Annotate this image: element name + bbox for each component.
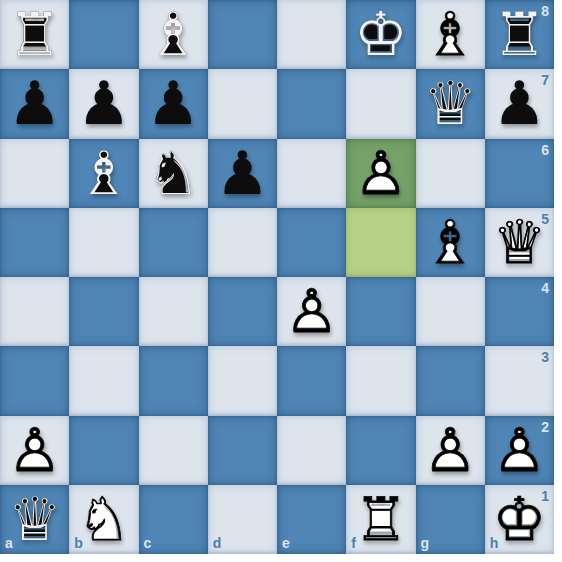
square-a7[interactable]: ♟ — [0, 69, 69, 138]
square-d4[interactable] — [208, 277, 277, 346]
chess-app: ♜♖♝♗♚♔♝♗8♜♖♟♟♟♛♕7♟♝♗♞♘♟♟♙6♝♗5♛♕♟♙43♟♙♟♙2… — [0, 0, 562, 562]
square-e7[interactable] — [277, 69, 346, 138]
square-c4[interactable] — [139, 277, 208, 346]
white-bishop-outline-icon: ♗ — [423, 208, 477, 277]
file-label-g: g — [421, 536, 430, 550]
square-a3[interactable] — [0, 346, 69, 415]
black-knight-c6[interactable]: ♞♘ — [139, 139, 208, 208]
file-label-h: h — [490, 536, 499, 550]
rank-label-6: 6 — [541, 143, 549, 157]
black-rook-outline-icon: ♖ — [8, 0, 62, 69]
square-f1[interactable]: f♜♖ — [346, 485, 415, 554]
black-knight-outline-icon: ♘ — [146, 139, 200, 208]
square-b5[interactable] — [69, 208, 138, 277]
square-c1[interactable]: c — [139, 485, 208, 554]
white-bishop-outline-icon: ♗ — [423, 0, 477, 69]
square-h4[interactable]: 4 — [485, 277, 554, 346]
rank-label-3: 3 — [541, 350, 549, 364]
black-pawn-icon: ♟ — [146, 69, 200, 138]
square-h5[interactable]: 5♛♕ — [485, 208, 554, 277]
square-h7[interactable]: 7♟ — [485, 69, 554, 138]
square-g1[interactable]: g — [416, 485, 485, 554]
black-pawn-icon: ♟ — [215, 139, 269, 208]
square-g8[interactable]: ♝♗ — [416, 0, 485, 69]
square-e2[interactable] — [277, 416, 346, 485]
square-a8[interactable]: ♜♖ — [0, 0, 69, 69]
white-bishop-g5[interactable]: ♝♗ — [416, 208, 485, 277]
black-queen-outline-icon: ♕ — [8, 485, 62, 554]
file-label-e: e — [282, 536, 290, 550]
black-bishop-outline-icon: ♗ — [146, 0, 200, 69]
square-c7[interactable]: ♟ — [139, 69, 208, 138]
square-d6[interactable]: ♟ — [208, 139, 277, 208]
file-label-c: c — [144, 536, 152, 550]
white-pawn-outline-icon: ♙ — [8, 416, 62, 485]
square-e6[interactable] — [277, 139, 346, 208]
square-b6[interactable]: ♝♗ — [69, 139, 138, 208]
square-g3[interactable] — [416, 346, 485, 415]
square-e1[interactable]: e — [277, 485, 346, 554]
black-king-outline-icon: ♔ — [354, 0, 408, 69]
square-c2[interactable] — [139, 416, 208, 485]
square-g4[interactable] — [416, 277, 485, 346]
white-king-outline-icon: ♔ — [492, 485, 546, 554]
square-a4[interactable] — [0, 277, 69, 346]
square-c6[interactable]: ♞♘ — [139, 139, 208, 208]
white-pawn-a2[interactable]: ♟♙ — [0, 416, 69, 485]
rank-label-4: 4 — [541, 281, 549, 295]
file-label-b: b — [74, 536, 83, 550]
square-c5[interactable] — [139, 208, 208, 277]
square-g5[interactable]: ♝♗ — [416, 208, 485, 277]
black-rook-a8[interactable]: ♜♖ — [0, 0, 69, 69]
square-f4[interactable] — [346, 277, 415, 346]
square-c8[interactable]: ♝♗ — [139, 0, 208, 69]
file-label-d: d — [213, 536, 222, 550]
black-bishop-outline-icon: ♗ — [77, 139, 131, 208]
square-b8[interactable] — [69, 0, 138, 69]
square-d1[interactable]: d — [208, 485, 277, 554]
square-d7[interactable] — [208, 69, 277, 138]
square-b3[interactable] — [69, 346, 138, 415]
square-h2[interactable]: 2♟♙ — [485, 416, 554, 485]
square-d5[interactable] — [208, 208, 277, 277]
square-c3[interactable] — [139, 346, 208, 415]
black-bishop-c8[interactable]: ♝♗ — [139, 0, 208, 69]
square-g2[interactable]: ♟♙ — [416, 416, 485, 485]
black-rook-outline-icon: ♖ — [492, 0, 546, 69]
square-b7[interactable]: ♟ — [69, 69, 138, 138]
square-f5[interactable] — [346, 208, 415, 277]
black-pawn-d6[interactable]: ♟ — [208, 139, 277, 208]
white-pawn-outline-icon: ♙ — [492, 416, 546, 485]
white-pawn-e4[interactable]: ♟♙ — [277, 277, 346, 346]
white-pawn-outline-icon: ♙ — [285, 277, 339, 346]
chess-board: ♜♖♝♗♚♔♝♗8♜♖♟♟♟♛♕7♟♝♗♞♘♟♟♙6♝♗5♛♕♟♙43♟♙♟♙2… — [0, 0, 554, 554]
white-pawn-outline-icon: ♙ — [423, 416, 477, 485]
square-e8[interactable] — [277, 0, 346, 69]
black-pawn-icon: ♟ — [77, 69, 131, 138]
black-queen-outline-icon: ♕ — [423, 69, 477, 138]
square-f8[interactable]: ♚♔ — [346, 0, 415, 69]
black-pawn-a7[interactable]: ♟ — [0, 69, 69, 138]
white-pawn-f6[interactable]: ♟♙ — [346, 139, 415, 208]
square-e5[interactable] — [277, 208, 346, 277]
square-f6[interactable]: ♟♙ — [346, 139, 415, 208]
rank-label-7: 7 — [541, 73, 549, 87]
square-b2[interactable] — [69, 416, 138, 485]
rank-label-8: 8 — [541, 4, 549, 18]
square-b4[interactable] — [69, 277, 138, 346]
black-king-f8[interactable]: ♚♔ — [346, 0, 415, 69]
white-rook-outline-icon: ♖ — [354, 485, 408, 554]
black-queen-g7[interactable]: ♛♕ — [416, 69, 485, 138]
black-pawn-c7[interactable]: ♟ — [139, 69, 208, 138]
black-pawn-icon: ♟ — [492, 69, 546, 138]
square-h8[interactable]: 8♜♖ — [485, 0, 554, 69]
square-h6[interactable]: 6 — [485, 139, 554, 208]
square-g6[interactable] — [416, 139, 485, 208]
white-knight-outline-icon: ♘ — [77, 485, 131, 554]
square-e4[interactable]: ♟♙ — [277, 277, 346, 346]
file-label-a: a — [5, 536, 13, 550]
white-rook-f1[interactable]: ♜♖ — [346, 485, 415, 554]
square-a2[interactable]: ♟♙ — [0, 416, 69, 485]
white-bishop-g8[interactable]: ♝♗ — [416, 0, 485, 69]
white-queen-outline-icon: ♕ — [492, 208, 546, 277]
square-d2[interactable] — [208, 416, 277, 485]
square-f2[interactable] — [346, 416, 415, 485]
rank-label-1: 1 — [541, 489, 549, 503]
square-h1[interactable]: 1h♚♔ — [485, 485, 554, 554]
square-f3[interactable] — [346, 346, 415, 415]
square-h3[interactable]: 3 — [485, 346, 554, 415]
square-g7[interactable]: ♛♕ — [416, 69, 485, 138]
white-pawn-outline-icon: ♙ — [354, 139, 408, 208]
square-e3[interactable] — [277, 346, 346, 415]
white-pawn-g2[interactable]: ♟♙ — [416, 416, 485, 485]
square-b1[interactable]: b♞♘ — [69, 485, 138, 554]
rank-label-2: 2 — [541, 420, 549, 434]
square-a6[interactable] — [0, 139, 69, 208]
black-pawn-b7[interactable]: ♟ — [69, 69, 138, 138]
square-d3[interactable] — [208, 346, 277, 415]
file-label-f: f — [351, 536, 356, 550]
square-a5[interactable] — [0, 208, 69, 277]
square-d8[interactable] — [208, 0, 277, 69]
square-f7[interactable] — [346, 69, 415, 138]
black-bishop-b6[interactable]: ♝♗ — [69, 139, 138, 208]
rank-label-5: 5 — [541, 212, 549, 226]
black-pawn-icon: ♟ — [8, 69, 62, 138]
square-a1[interactable]: a♛♕ — [0, 485, 69, 554]
